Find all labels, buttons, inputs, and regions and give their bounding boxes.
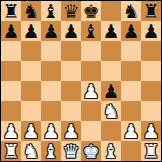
square-b6[interactable]	[21, 41, 41, 61]
white-pawn: ♟	[141, 121, 161, 141]
square-f1[interactable]: ♝	[101, 141, 121, 161]
square-f3[interactable]: ♞	[101, 101, 121, 121]
square-a2[interactable]: ♟	[1, 121, 21, 141]
white-pawn: ♟	[61, 121, 81, 141]
square-h4[interactable]	[141, 81, 161, 101]
square-e4[interactable]: ♟	[81, 81, 101, 101]
chess-board-frame: ♜♞♝♛♚♞♜♟♟♟♟♝♟♟♟♟♟♞♟♟♟♟♟♟♜♞♝♛♚♝♜	[0, 0, 162, 162]
square-d4[interactable]	[61, 81, 81, 101]
black-bishop: ♝	[81, 21, 101, 41]
white-pawn: ♟	[1, 121, 21, 141]
square-b4[interactable]	[21, 81, 41, 101]
square-c6[interactable]	[41, 41, 61, 61]
square-h7[interactable]: ♟	[141, 21, 161, 41]
black-pawn: ♟	[101, 21, 121, 41]
square-b8[interactable]: ♞	[21, 1, 41, 21]
square-g7[interactable]: ♟	[121, 21, 141, 41]
square-h3[interactable]	[141, 101, 161, 121]
square-b3[interactable]	[21, 101, 41, 121]
square-c7[interactable]: ♟	[41, 21, 61, 41]
black-pawn: ♟	[21, 21, 41, 41]
square-b2[interactable]: ♟	[21, 121, 41, 141]
black-queen: ♛	[61, 1, 81, 21]
square-a4[interactable]	[1, 81, 21, 101]
square-f2[interactable]	[101, 121, 121, 141]
square-e6[interactable]	[81, 41, 101, 61]
square-d3[interactable]	[61, 101, 81, 121]
square-b5[interactable]	[21, 61, 41, 81]
square-g5[interactable]	[121, 61, 141, 81]
square-c4[interactable]	[41, 81, 61, 101]
square-a6[interactable]	[1, 41, 21, 61]
square-a3[interactable]	[1, 101, 21, 121]
square-a5[interactable]	[1, 61, 21, 81]
black-rook: ♜	[141, 1, 161, 21]
white-knight: ♞	[21, 141, 41, 161]
square-f6[interactable]	[101, 41, 121, 61]
square-e5[interactable]	[81, 61, 101, 81]
square-g4[interactable]	[121, 81, 141, 101]
square-f8[interactable]	[101, 1, 121, 21]
white-pawn: ♟	[41, 121, 61, 141]
square-d6[interactable]	[61, 41, 81, 61]
square-a1[interactable]: ♜	[1, 141, 21, 161]
white-queen: ♛	[61, 141, 81, 161]
square-e2[interactable]	[81, 121, 101, 141]
black-king: ♚	[81, 1, 101, 21]
black-knight: ♞	[21, 1, 41, 21]
square-h1[interactable]: ♜	[141, 141, 161, 161]
square-h2[interactable]: ♟	[141, 121, 161, 141]
white-pawn: ♟	[21, 121, 41, 141]
square-c2[interactable]: ♟	[41, 121, 61, 141]
white-rook: ♜	[1, 141, 21, 161]
white-bishop: ♝	[101, 141, 121, 161]
square-d1[interactable]: ♛	[61, 141, 81, 161]
square-e1[interactable]: ♚	[81, 141, 101, 161]
black-pawn: ♟	[141, 21, 161, 41]
chess-board: ♜♞♝♛♚♞♜♟♟♟♟♝♟♟♟♟♟♞♟♟♟♟♟♟♜♞♝♛♚♝♜	[1, 1, 161, 161]
square-h5[interactable]	[141, 61, 161, 81]
square-f7[interactable]: ♟	[101, 21, 121, 41]
square-f4[interactable]: ♟	[101, 81, 121, 101]
square-d5[interactable]	[61, 61, 81, 81]
square-g3[interactable]	[121, 101, 141, 121]
black-knight: ♞	[121, 1, 141, 21]
square-d8[interactable]: ♛	[61, 1, 81, 21]
black-bishop: ♝	[41, 1, 61, 21]
square-g1[interactable]	[121, 141, 141, 161]
square-e3[interactable]	[81, 101, 101, 121]
black-pawn: ♟	[41, 21, 61, 41]
white-pawn: ♟	[81, 81, 101, 101]
white-knight: ♞	[101, 101, 121, 121]
square-d2[interactable]: ♟	[61, 121, 81, 141]
square-e7[interactable]: ♝	[81, 21, 101, 41]
square-a8[interactable]: ♜	[1, 1, 21, 21]
white-pawn: ♟	[121, 121, 141, 141]
square-c5[interactable]	[41, 61, 61, 81]
square-g6[interactable]	[121, 41, 141, 61]
square-a7[interactable]: ♟	[1, 21, 21, 41]
square-c3[interactable]	[41, 101, 61, 121]
square-e8[interactable]: ♚	[81, 1, 101, 21]
white-king: ♚	[81, 141, 101, 161]
white-bishop: ♝	[41, 141, 61, 161]
black-pawn: ♟	[1, 21, 21, 41]
square-h8[interactable]: ♜	[141, 1, 161, 21]
black-pawn: ♟	[61, 21, 81, 41]
white-rook: ♜	[141, 141, 161, 161]
black-rook: ♜	[1, 1, 21, 21]
square-g2[interactable]: ♟	[121, 121, 141, 141]
square-h6[interactable]	[141, 41, 161, 61]
black-pawn: ♟	[101, 81, 121, 101]
square-f5[interactable]	[101, 61, 121, 81]
square-c1[interactable]: ♝	[41, 141, 61, 161]
square-d7[interactable]: ♟	[61, 21, 81, 41]
square-b1[interactable]: ♞	[21, 141, 41, 161]
square-c8[interactable]: ♝	[41, 1, 61, 21]
black-pawn: ♟	[121, 21, 141, 41]
square-g8[interactable]: ♞	[121, 1, 141, 21]
square-b7[interactable]: ♟	[21, 21, 41, 41]
